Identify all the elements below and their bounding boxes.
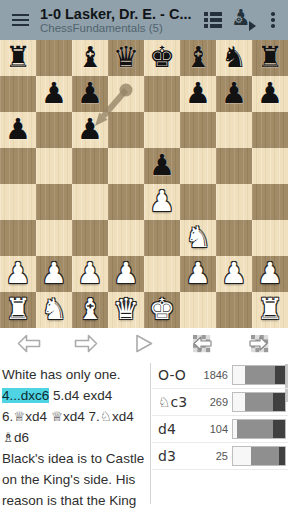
square-b7[interactable]: ♟ xyxy=(36,76,72,112)
square-g3[interactable] xyxy=(216,220,252,256)
piece-white-pawn: ♟ xyxy=(0,256,36,292)
piece-black-pawn: ♟ xyxy=(0,112,36,148)
move-token[interactable]: 5.d4 xyxy=(53,388,79,403)
app-bar-actions: ♟ ⚙ xyxy=(198,0,288,40)
square-a2[interactable]: ♟ xyxy=(0,256,36,292)
white-wins-segment xyxy=(233,447,251,465)
square-c8[interactable]: ♝ xyxy=(72,40,108,76)
play-button[interactable] xyxy=(127,332,161,358)
piece-black-pawn: ♟ xyxy=(36,76,72,112)
square-b5[interactable] xyxy=(36,148,72,184)
book-move-label: O-O xyxy=(152,367,186,383)
book-move-label: ♘c3 xyxy=(152,394,187,410)
piece-white-knight: ♞ xyxy=(36,292,72,328)
piece-black-rook: ♜ xyxy=(252,40,288,76)
square-a5[interactable] xyxy=(0,148,36,184)
move-token[interactable]: 7.♘xd4 xyxy=(89,409,134,424)
square-e7[interactable] xyxy=(144,76,180,112)
square-c6[interactable]: ♟ xyxy=(72,112,108,148)
draws-segment xyxy=(245,366,274,384)
square-e3[interactable] xyxy=(144,220,180,256)
app-bar: 1-0 Lasker, Dr. E. - C... ChessFundament… xyxy=(0,0,288,40)
square-f7[interactable]: ♟ xyxy=(180,76,216,112)
square-d2[interactable]: ♟ xyxy=(108,256,144,292)
square-h4[interactable] xyxy=(252,184,288,220)
square-c2[interactable]: ♟ xyxy=(72,256,108,292)
square-e1[interactable]: ♚ xyxy=(144,292,180,328)
white-wins-segment xyxy=(233,393,245,411)
piece-black-bishop: ♝ xyxy=(72,40,108,76)
square-c1[interactable]: ♝ xyxy=(72,292,108,328)
square-f3[interactable]: ♞ xyxy=(180,220,216,256)
square-f2[interactable]: ♟ xyxy=(180,256,216,292)
square-e6[interactable] xyxy=(144,112,180,148)
square-b1[interactable]: ♞ xyxy=(36,292,72,328)
square-f4[interactable] xyxy=(180,184,216,220)
piece-white-pawn: ♟ xyxy=(144,184,180,220)
piece-black-knight: ♞ xyxy=(216,40,252,76)
draws-segment xyxy=(245,393,272,411)
book-move-row[interactable]: ♘c3269 xyxy=(152,389,288,416)
piece-black-pawn: ♟ xyxy=(72,76,108,112)
square-f8[interactable]: ♝ xyxy=(180,40,216,76)
selected-move[interactable]: 4...dxc6 xyxy=(2,388,49,403)
piece-white-pawn: ♟ xyxy=(252,256,288,292)
square-b3[interactable] xyxy=(36,220,72,256)
square-f1[interactable] xyxy=(180,292,216,328)
square-a3[interactable] xyxy=(0,220,36,256)
square-h5[interactable] xyxy=(252,148,288,184)
square-h1[interactable]: ♜ xyxy=(252,292,288,328)
square-g6[interactable] xyxy=(216,112,252,148)
square-g5[interactable] xyxy=(216,148,252,184)
square-g8[interactable]: ♞ xyxy=(216,40,252,76)
forward-button[interactable] xyxy=(69,332,103,358)
book-move-count: 104 xyxy=(210,423,232,435)
square-d1[interactable]: ♛ xyxy=(108,292,144,328)
square-h8[interactable]: ♜ xyxy=(252,40,288,76)
app-bar-titles: 1-0 Lasker, Dr. E. - C... ChessFundament… xyxy=(40,5,198,35)
square-d4[interactable] xyxy=(108,184,144,220)
square-f5[interactable] xyxy=(180,148,216,184)
square-g2[interactable]: ♟ xyxy=(216,256,252,292)
move-token[interactable]: ♕xd4 xyxy=(51,409,85,424)
overflow-menu-icon[interactable] xyxy=(258,0,288,40)
move-token[interactable]: ♗d6 xyxy=(2,430,29,445)
square-g7[interactable]: ♟ xyxy=(216,76,252,112)
square-d7[interactable] xyxy=(108,76,144,112)
back-button[interactable] xyxy=(12,332,46,358)
black-wins-segment xyxy=(275,366,285,384)
chess-board[interactable]: ♜♝♛♚♝♞♜♟♟♟♟♟♟♟♟♟♞♟♟♟♟♟♟♟♜♞♝♛♚♜ xyxy=(0,40,288,328)
square-h2[interactable]: ♟ xyxy=(252,256,288,292)
square-g4[interactable] xyxy=(216,184,252,220)
square-b2[interactable]: ♟ xyxy=(36,256,72,292)
square-d6[interactable] xyxy=(108,112,144,148)
square-g1[interactable] xyxy=(216,292,252,328)
piece-white-queen: ♛ xyxy=(108,292,144,328)
next-game-button[interactable] xyxy=(242,332,276,358)
gear-icon: ⚙ xyxy=(235,15,244,25)
square-h3[interactable] xyxy=(252,220,288,256)
piece-black-bishop: ♝ xyxy=(180,40,216,76)
square-e4[interactable]: ♟ xyxy=(144,184,180,220)
database-subtitle: ChessFundamentals (5) xyxy=(40,22,198,35)
piece-black-king: ♚ xyxy=(144,40,180,76)
result-bar xyxy=(232,365,286,385)
book-move-label: d4 xyxy=(152,421,176,437)
game-title: 1-0 Lasker, Dr. E. - C... xyxy=(40,6,198,22)
square-b6[interactable] xyxy=(36,112,72,148)
nav-controls xyxy=(0,328,288,362)
play-icon xyxy=(134,334,154,357)
result-bar xyxy=(232,419,286,439)
square-b4[interactable] xyxy=(36,184,72,220)
panel-divider xyxy=(150,363,151,504)
square-d3[interactable] xyxy=(108,220,144,256)
white-wins-segment xyxy=(233,366,245,384)
annotation-panel[interactable]: White has only one. 4...dxc6 5.d4 exd4 6… xyxy=(0,362,148,512)
book-move-count: 25 xyxy=(216,450,232,462)
annotation-text-after: Black's idea is to Castle on the King's … xyxy=(2,448,148,512)
piece-white-bishop: ♝ xyxy=(72,292,108,328)
piece-white-pawn: ♟ xyxy=(216,256,252,292)
engine-analysis-icon[interactable]: ♟ ⚙ xyxy=(228,0,258,40)
piece-white-pawn: ♟ xyxy=(180,256,216,292)
book-move-row[interactable]: d4104 xyxy=(152,416,288,443)
book-move-label: d3 xyxy=(152,448,176,464)
result-bar xyxy=(232,446,286,466)
move-token[interactable]: 6.♕xd4 xyxy=(2,409,47,424)
square-f6[interactable] xyxy=(180,112,216,148)
square-a7[interactable] xyxy=(0,76,36,112)
book-moves-panel: O-O1846♘c3269d4104d325 xyxy=(152,362,288,512)
piece-white-rook: ♜ xyxy=(252,292,288,328)
arrow-right-icon xyxy=(74,334,98,357)
board-arrow-left-icon xyxy=(191,334,212,357)
piece-black-pawn: ♟ xyxy=(144,148,180,184)
piece-black-pawn: ♟ xyxy=(72,112,108,148)
piece-black-pawn: ♟ xyxy=(252,76,288,112)
black-wins-segment xyxy=(279,447,285,465)
square-e8[interactable]: ♚ xyxy=(144,40,180,76)
book-move-row[interactable]: O-O1846 xyxy=(152,362,288,389)
piece-white-pawn: ♟ xyxy=(72,256,108,292)
square-e2[interactable] xyxy=(144,256,180,292)
arrow-left-icon xyxy=(17,334,41,357)
game-list-icon[interactable] xyxy=(198,0,228,40)
square-b8[interactable] xyxy=(36,40,72,76)
previous-game-button[interactable] xyxy=(185,332,219,358)
draws-segment xyxy=(237,420,273,438)
piece-black-pawn: ♟ xyxy=(216,76,252,112)
move-list: 4...dxc6 5.d4 exd4 6.♕xd4 ♕xd4 7.♘xd4 ♗d… xyxy=(2,385,148,448)
square-a1[interactable]: ♜ xyxy=(0,292,36,328)
play-triangle-icon xyxy=(249,21,256,31)
draws-segment xyxy=(251,447,279,465)
black-wins-segment xyxy=(273,420,285,438)
piece-white-pawn: ♟ xyxy=(36,256,72,292)
piece-black-queen: ♛ xyxy=(108,40,144,76)
square-a4[interactable] xyxy=(0,184,36,220)
piece-white-rook: ♜ xyxy=(0,292,36,328)
piece-white-king: ♚ xyxy=(144,292,180,328)
square-c3[interactable] xyxy=(72,220,108,256)
square-a8[interactable]: ♜ xyxy=(0,40,36,76)
square-d5[interactable] xyxy=(108,148,144,184)
board-area: ♜♝♛♚♝♞♜♟♟♟♟♟♟♟♟♟♞♟♟♟♟♟♟♟♜♞♝♛♚♜ xyxy=(0,40,288,328)
square-h7[interactable]: ♟ xyxy=(252,76,288,112)
square-a6[interactable]: ♟ xyxy=(0,112,36,148)
book-move-count: 1846 xyxy=(204,369,232,381)
square-e5[interactable]: ♟ xyxy=(144,148,180,184)
square-c5[interactable] xyxy=(72,148,108,184)
piece-black-rook: ♜ xyxy=(0,40,36,76)
square-d8[interactable]: ♛ xyxy=(108,40,144,76)
board-arrow-right-icon xyxy=(249,334,270,357)
black-wins-segment xyxy=(273,393,285,411)
square-c7[interactable]: ♟ xyxy=(72,76,108,112)
piece-white-pawn: ♟ xyxy=(108,256,144,292)
chess-app-window: 1-0 Lasker, Dr. E. - C... ChessFundament… xyxy=(0,0,288,512)
book-move-count: 269 xyxy=(210,396,232,408)
result-bar xyxy=(232,392,286,412)
piece-black-pawn: ♟ xyxy=(180,76,216,112)
book-move-row[interactable]: d325 xyxy=(152,443,288,470)
move-token[interactable]: exd4 xyxy=(83,388,112,403)
content-area: White has only one. 4...dxc6 5.d4 exd4 6… xyxy=(0,362,288,512)
square-c4[interactable] xyxy=(72,184,108,220)
piece-white-knight: ♞ xyxy=(180,220,216,256)
menu-icon[interactable] xyxy=(0,0,40,40)
square-h6[interactable] xyxy=(252,112,288,148)
annotation-text-before: White has only one. xyxy=(2,364,148,385)
